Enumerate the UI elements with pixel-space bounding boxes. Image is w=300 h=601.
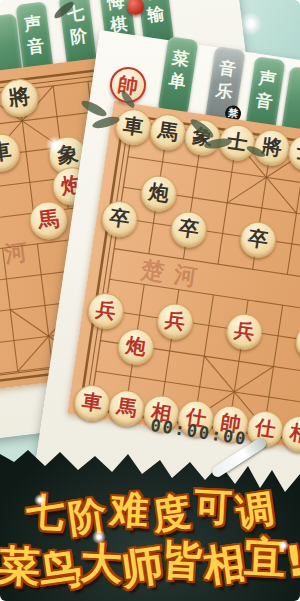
- front-tab-music-label: 音乐: [214, 57, 237, 102]
- sparkle-icon: [92, 530, 106, 544]
- sparkle-icon: [34, 494, 46, 506]
- sparkle-icon: [278, 540, 289, 551]
- promo-line-2: 菜鸟大师皆相宜!: [0, 531, 300, 598]
- app-screenshot: 声音 七阶 悔棋 认输 楚河 車將象炮馬 菜单 音乐 禁 声音 楚河 車馬象士將…: [0, 0, 300, 601]
- sparkle-icon: [46, 136, 64, 154]
